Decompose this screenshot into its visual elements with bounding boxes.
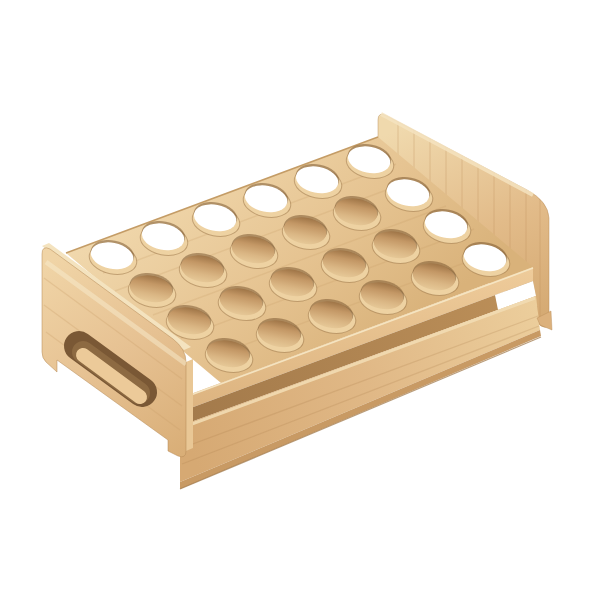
left-panel-front-edge-face bbox=[186, 359, 193, 451]
product-photo-canvas bbox=[0, 0, 600, 600]
bamboo-rack-illustration bbox=[0, 0, 600, 600]
